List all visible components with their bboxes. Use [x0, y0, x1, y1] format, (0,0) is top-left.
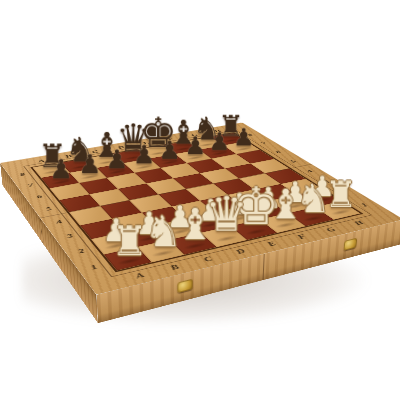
piece-glyph: ♟: [184, 133, 206, 158]
brass-clasp-icon: [177, 279, 192, 293]
piece-glyph: ♟: [133, 142, 156, 167]
piece-glyph: ♟: [209, 129, 231, 153]
piece-glyph: ♜: [111, 220, 148, 261]
product-photo-scene: 87654321 87654321 ABCDEFGH ABCDEFGH ♜♞♝♛…: [0, 0, 400, 400]
piece-glyph: ♟: [50, 156, 74, 182]
piece-glyph: ♞: [144, 211, 182, 254]
fold-seam-front: [263, 254, 265, 281]
piece-glyph: ♟: [159, 138, 181, 163]
piece-glyph: ♟: [106, 146, 129, 172]
piece-glyph: ♟: [78, 151, 101, 177]
piece-glyph: ♟: [233, 125, 255, 149]
brass-clasp-icon: [344, 238, 358, 251]
